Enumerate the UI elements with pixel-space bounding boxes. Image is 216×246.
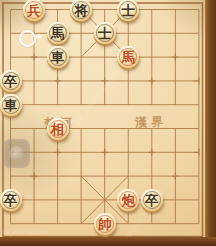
piece-red-cannon[interactable]: 炮 — [117, 189, 139, 211]
piece-black-advisor[interactable]: 士 — [94, 22, 116, 44]
board-wood-edge-right — [205, 0, 216, 246]
move-dash-marker-icon — [36, 35, 42, 38]
piece-black-soldier[interactable]: 卒 — [0, 189, 22, 211]
river-label-right: 漢界 — [134, 114, 167, 129]
watermark-badge — [3, 139, 30, 168]
piece-black-chariot[interactable]: 車 — [0, 94, 22, 116]
move-ring-marker-icon — [19, 30, 36, 47]
xiangqi-board: 楚河 漢界 兵将士馬士車馬卒車相卒炮卒帥 1a_knome.comwww.hac… — [0, 0, 216, 246]
piece-black-horse[interactable]: 馬 — [47, 22, 69, 44]
piece-black-advisor[interactable]: 士 — [117, 0, 139, 21]
board-wood-edge-bottom — [0, 237, 216, 246]
piece-black-soldier[interactable]: 卒 — [141, 189, 163, 211]
piece-red-general[interactable]: 帥 — [94, 213, 116, 235]
piece-black-general[interactable]: 将 — [70, 0, 92, 21]
piece-red-soldier[interactable]: 兵 — [23, 0, 45, 21]
piece-black-soldier[interactable]: 卒 — [0, 70, 22, 92]
piece-black-chariot[interactable]: 車 — [47, 46, 69, 68]
piece-red-elephant[interactable]: 相 — [47, 118, 69, 140]
